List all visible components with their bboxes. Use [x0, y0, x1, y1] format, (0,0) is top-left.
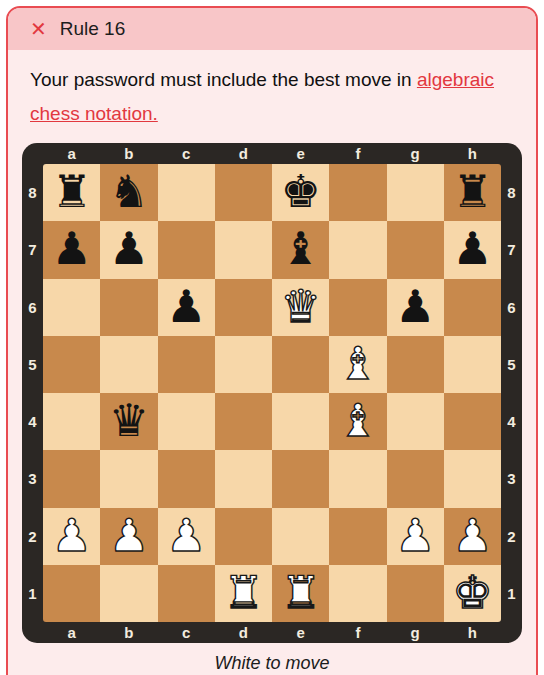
- rank-label-3: 3: [501, 450, 522, 507]
- square-c5: [158, 336, 215, 393]
- square-b5: [100, 336, 157, 393]
- square-f1: [329, 565, 386, 622]
- rank-label-5: 5: [22, 336, 43, 393]
- square-f5: ♝: [329, 336, 386, 393]
- white-pawn: ♟: [51, 513, 91, 558]
- square-d6: [215, 279, 272, 336]
- square-h1: ♚: [444, 565, 501, 622]
- square-a1: [43, 565, 100, 622]
- square-a7: ♟: [43, 221, 100, 278]
- square-a8: ♜: [43, 164, 100, 221]
- square-e4: [272, 393, 329, 450]
- black-king: ♚: [280, 169, 320, 214]
- file-label-e: e: [272, 622, 329, 643]
- turn-indicator: White to move: [8, 653, 536, 674]
- rank-label-6: 6: [22, 279, 43, 336]
- file-label-f: f: [329, 622, 386, 643]
- file-label-f: f: [329, 143, 386, 164]
- black-knight: ♞: [109, 169, 149, 214]
- white-bishop: ♝: [338, 398, 378, 443]
- square-b7: ♟: [100, 221, 157, 278]
- black-rook: ♜: [452, 169, 492, 214]
- square-f3: [329, 450, 386, 507]
- square-a6: [43, 279, 100, 336]
- rule-text: Your password must include the best move…: [8, 50, 536, 135]
- chess-board: ♜♞♚♜♟♟♝♟♟♛♟♝♛♝♟♟♟♟♟♜♜♚: [43, 164, 501, 622]
- file-label-b: b: [100, 143, 157, 164]
- black-pawn: ♟: [452, 226, 492, 271]
- white-pawn: ♟: [109, 513, 149, 558]
- rank-label-1: 1: [22, 565, 43, 622]
- square-g5: [387, 336, 444, 393]
- black-bishop: ♝: [280, 226, 320, 271]
- file-label-e: e: [272, 143, 329, 164]
- square-f2: [329, 508, 386, 565]
- rank-labels-left: 87654321: [22, 164, 43, 622]
- file-label-d: d: [215, 622, 272, 643]
- chess-board-frame: abcdefgh 87654321 ♜♞♚♜♟♟♝♟♟♛♟♝♛♝♟♟♟♟♟♜♜♚…: [22, 143, 522, 643]
- rule-card: ✕ Rule 16 Your password must include the…: [6, 6, 538, 675]
- square-e3: [272, 450, 329, 507]
- white-pawn: ♟: [166, 513, 206, 558]
- square-h6: [444, 279, 501, 336]
- rank-label-7: 7: [22, 221, 43, 278]
- square-c2: ♟: [158, 508, 215, 565]
- square-b6: [100, 279, 157, 336]
- square-g2: ♟: [387, 508, 444, 565]
- black-rook: ♜: [51, 169, 91, 214]
- square-b1: [100, 565, 157, 622]
- square-g3: [387, 450, 444, 507]
- file-label-h: h: [444, 622, 501, 643]
- white-bishop: ♝: [338, 341, 378, 386]
- square-c4: [158, 393, 215, 450]
- rank-label-6: 6: [501, 279, 522, 336]
- rank-label-7: 7: [501, 221, 522, 278]
- square-b4: ♛: [100, 393, 157, 450]
- black-pawn: ♟: [51, 226, 91, 271]
- square-g1: [387, 565, 444, 622]
- black-pawn: ♟: [166, 284, 206, 329]
- file-label-c: c: [158, 622, 215, 643]
- file-label-h: h: [444, 143, 501, 164]
- black-queen: ♛: [109, 398, 149, 443]
- rule-body: Your password must include the best move…: [8, 50, 536, 674]
- square-d2: [215, 508, 272, 565]
- square-g8: [387, 164, 444, 221]
- rank-label-3: 3: [22, 450, 43, 507]
- square-e7: ♝: [272, 221, 329, 278]
- square-c6: ♟: [158, 279, 215, 336]
- rule-header: ✕ Rule 16: [8, 8, 536, 50]
- square-a3: [43, 450, 100, 507]
- white-pawn: ♟: [452, 513, 492, 558]
- square-h8: ♜: [444, 164, 501, 221]
- square-b8: ♞: [100, 164, 157, 221]
- square-d7: [215, 221, 272, 278]
- file-label-g: g: [387, 143, 444, 164]
- rank-label-4: 4: [22, 393, 43, 450]
- square-g7: [387, 221, 444, 278]
- square-d4: [215, 393, 272, 450]
- square-e1: ♜: [272, 565, 329, 622]
- square-f6: [329, 279, 386, 336]
- file-labels-bottom: abcdefgh: [43, 622, 501, 643]
- square-d8: [215, 164, 272, 221]
- white-queen: ♛: [280, 284, 320, 329]
- file-label-a: a: [43, 143, 100, 164]
- rank-label-1: 1: [501, 565, 522, 622]
- square-g6: ♟: [387, 279, 444, 336]
- square-f4: ♝: [329, 393, 386, 450]
- square-f8: [329, 164, 386, 221]
- rank-label-5: 5: [501, 336, 522, 393]
- square-g4: [387, 393, 444, 450]
- square-a2: ♟: [43, 508, 100, 565]
- rank-label-2: 2: [22, 508, 43, 565]
- white-pawn: ♟: [395, 513, 435, 558]
- square-a4: [43, 393, 100, 450]
- rank-label-8: 8: [22, 164, 43, 221]
- white-king: ♚: [452, 570, 492, 615]
- file-label-b: b: [100, 622, 157, 643]
- black-pawn: ♟: [109, 226, 149, 271]
- square-e2: [272, 508, 329, 565]
- black-pawn: ♟: [395, 284, 435, 329]
- close-icon: ✕: [30, 19, 47, 39]
- file-label-a: a: [43, 622, 100, 643]
- square-c3: [158, 450, 215, 507]
- file-labels-top: abcdefgh: [43, 143, 501, 164]
- square-a5: [43, 336, 100, 393]
- file-label-d: d: [215, 143, 272, 164]
- square-e8: ♚: [272, 164, 329, 221]
- square-h4: [444, 393, 501, 450]
- square-b2: ♟: [100, 508, 157, 565]
- white-rook: ♜: [280, 570, 320, 615]
- rank-label-2: 2: [501, 508, 522, 565]
- square-h7: ♟: [444, 221, 501, 278]
- square-h2: ♟: [444, 508, 501, 565]
- square-c1: [158, 565, 215, 622]
- square-c8: [158, 164, 215, 221]
- rule-title: Rule 16: [60, 18, 126, 40]
- file-label-g: g: [387, 622, 444, 643]
- square-d3: [215, 450, 272, 507]
- rank-labels-right: 87654321: [501, 164, 522, 622]
- square-b3: [100, 450, 157, 507]
- rule-text-plain: Your password must include the best move…: [30, 69, 417, 90]
- rank-label-8: 8: [501, 164, 522, 221]
- square-c7: [158, 221, 215, 278]
- square-d1: ♜: [215, 565, 272, 622]
- square-f7: [329, 221, 386, 278]
- square-d5: [215, 336, 272, 393]
- square-e5: [272, 336, 329, 393]
- square-h5: [444, 336, 501, 393]
- square-e6: ♛: [272, 279, 329, 336]
- square-h3: [444, 450, 501, 507]
- white-rook: ♜: [223, 570, 263, 615]
- rank-label-4: 4: [501, 393, 522, 450]
- file-label-c: c: [158, 143, 215, 164]
